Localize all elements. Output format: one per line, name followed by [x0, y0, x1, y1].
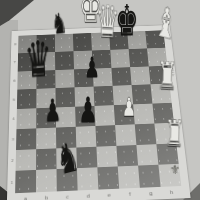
- square-c4: [56, 107, 76, 128]
- square-a3: [16, 128, 36, 149]
- square-g5: [132, 85, 153, 105]
- square-c5: [55, 88, 75, 108]
- square-b8: [37, 34, 55, 52]
- square-b2: [36, 148, 56, 170]
- square-c2: [56, 147, 77, 169]
- square-a4: [16, 108, 36, 129]
- square-c3: [56, 127, 76, 148]
- file-label-h: h: [161, 188, 183, 197]
- square-d3: [76, 126, 97, 147]
- square-b1: [36, 169, 57, 192]
- square-c7: [55, 51, 74, 70]
- square-a5: [17, 89, 37, 109]
- square-b3: [36, 127, 56, 148]
- board-grid: [15, 30, 181, 193]
- piece-white-king-d8: ♚: [79, 0, 102, 29]
- square-d8: [73, 33, 92, 51]
- square-h3: [154, 123, 176, 144]
- file-label-g: g: [140, 189, 162, 198]
- square-d1: [77, 168, 98, 191]
- square-b6: [36, 70, 55, 89]
- square-b4: [36, 107, 56, 128]
- square-e4: [94, 105, 115, 126]
- square-d4: [75, 106, 95, 127]
- square-g1: [138, 165, 160, 188]
- square-d7: [73, 50, 92, 69]
- square-h5: [151, 84, 172, 104]
- square-e3: [95, 125, 116, 146]
- square-d6: [74, 68, 94, 87]
- square-f4: [114, 104, 135, 125]
- square-h8: [145, 30, 165, 48]
- file-label-f: f: [119, 190, 140, 199]
- square-e1: [97, 167, 119, 190]
- square-a7: [18, 52, 37, 71]
- square-h2: [156, 143, 178, 165]
- square-h1: [158, 164, 181, 187]
- square-e7: [92, 50, 112, 69]
- square-c1: [57, 168, 78, 191]
- square-g7: [129, 48, 149, 67]
- square-g3: [135, 123, 157, 144]
- square-g8: [127, 31, 147, 49]
- square-e8: [91, 32, 110, 50]
- square-g4: [133, 104, 154, 125]
- square-e6: [93, 68, 113, 87]
- square-g2: [136, 144, 158, 166]
- square-a1: [15, 170, 36, 193]
- playing-area: [15, 30, 181, 193]
- square-f8: [109, 32, 128, 50]
- square-h4: [152, 103, 174, 124]
- file-label-a: a: [15, 194, 36, 200]
- chessboard-photo: 87654321 abcdefgh ıllıllı ⚜ ♞♚♛♚♝♛♟♜♟♟♟♜…: [0, 0, 200, 200]
- square-c8: [55, 34, 74, 52]
- square-d5: [75, 87, 95, 107]
- square-e5: [94, 86, 114, 106]
- square-f6: [111, 67, 131, 86]
- square-f5: [113, 85, 134, 105]
- square-f2: [116, 145, 138, 167]
- square-b7: [36, 52, 55, 71]
- square-f1: [118, 166, 140, 189]
- square-a6: [17, 70, 36, 89]
- square-f3: [115, 124, 136, 145]
- file-label-c: c: [57, 192, 78, 200]
- square-b5: [36, 88, 55, 108]
- file-label-d: d: [78, 191, 99, 200]
- square-a8: [18, 35, 37, 53]
- square-a2: [16, 149, 37, 171]
- file-label-e: e: [99, 191, 120, 200]
- square-d2: [76, 146, 97, 168]
- square-e2: [96, 145, 117, 167]
- square-g6: [130, 66, 150, 85]
- square-h7: [147, 48, 167, 67]
- square-c6: [55, 69, 74, 88]
- board: 87654321 abcdefgh ıllıllı: [7, 25, 191, 200]
- square-h6: [149, 65, 170, 84]
- square-f7: [110, 49, 130, 68]
- file-label-b: b: [36, 193, 57, 200]
